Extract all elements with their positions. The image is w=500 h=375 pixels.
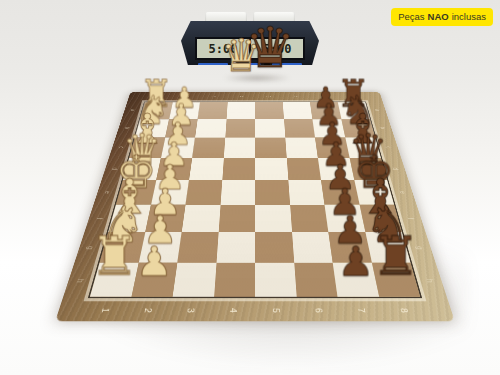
square-f3[interactable] [182,205,221,232]
badge-text-suffix: inclusas [452,12,486,22]
square-f6[interactable] [290,205,329,232]
square-d4[interactable] [222,158,255,180]
square-a3[interactable] [198,102,228,119]
badge-text-bold: NAO [428,12,449,22]
square-d6[interactable] [286,158,321,180]
square-g4[interactable] [216,232,255,263]
coord-label-7: 7 [356,308,367,313]
coord-label-h: h [425,278,435,282]
square-b5[interactable] [255,119,285,137]
square-a4[interactable] [226,102,255,119]
coord-label-8: 8 [399,308,410,313]
square-g5[interactable] [255,232,294,263]
square-b6[interactable] [284,119,315,137]
coord-label-5: 5 [271,308,281,313]
square-a5[interactable] [255,102,284,119]
square-g6[interactable] [292,232,333,263]
square-e6[interactable] [288,180,324,205]
coord-label-h: h [75,278,85,282]
square-h8[interactable]: ♜ [372,262,421,296]
square-f5[interactable] [255,205,292,232]
coord-label-4: 4 [238,96,244,98]
availability-badge: Peças NAO inclusas [391,8,493,26]
white-rook-h1[interactable]: ♜ [90,231,138,282]
square-b3[interactable] [195,119,226,137]
white-pawn-h2[interactable]: ♟ [136,243,172,282]
square-e5[interactable] [255,180,290,205]
square-c4[interactable] [224,138,255,158]
square-b4[interactable] [225,119,255,137]
coord-label-5: 5 [266,96,272,98]
square-h4[interactable] [214,262,255,296]
square-e3[interactable] [185,180,221,205]
square-a6[interactable] [283,102,313,119]
square-c6[interactable] [285,138,318,158]
square-d3[interactable] [189,158,224,180]
coord-label-4: 4 [228,308,238,313]
coord-label-6: 6 [314,308,325,313]
coord-label-3: 3 [186,308,197,313]
square-h6[interactable] [294,262,338,296]
black-queen-offboard[interactable]: ♛ [245,20,295,76]
square-h5[interactable] [255,262,296,296]
product-photo-scene: Peças NAO inclusas 5:00 5:00 ♛ ♛ [0,0,500,375]
coord-label-6: 6 [293,96,299,98]
board-mat-border: 12345678 12345678 abcdefgh abcdefgh ♜♟♟♜… [55,92,455,321]
square-h3[interactable] [172,262,216,296]
square-f4[interactable] [218,205,255,232]
coord-label-2: 2 [143,308,154,313]
square-d5[interactable] [255,158,288,180]
black-rook-h8[interactable]: ♜ [372,231,420,282]
chess-board: 12345678 12345678 abcdefgh abcdefgh ♜♟♟♜… [55,92,455,321]
black-pawn-h7[interactable]: ♟ [337,243,373,282]
square-g3[interactable] [177,232,218,263]
square-e4[interactable] [220,180,255,205]
coord-label-3: 3 [211,96,217,98]
square-c5[interactable] [255,138,286,158]
coords-near: 12345678 [81,300,428,321]
badge-text-prefix: Peças [398,12,424,22]
board-grid: ♜♟♟♜♞♟♟♞♝♟♟♝♛♟♟♛♚♟♟♚♝♟♟♝♞♟♟♞♜♟♟♜ [88,102,422,299]
coord-label-1: 1 [100,308,111,313]
square-c3[interactable] [192,138,225,158]
